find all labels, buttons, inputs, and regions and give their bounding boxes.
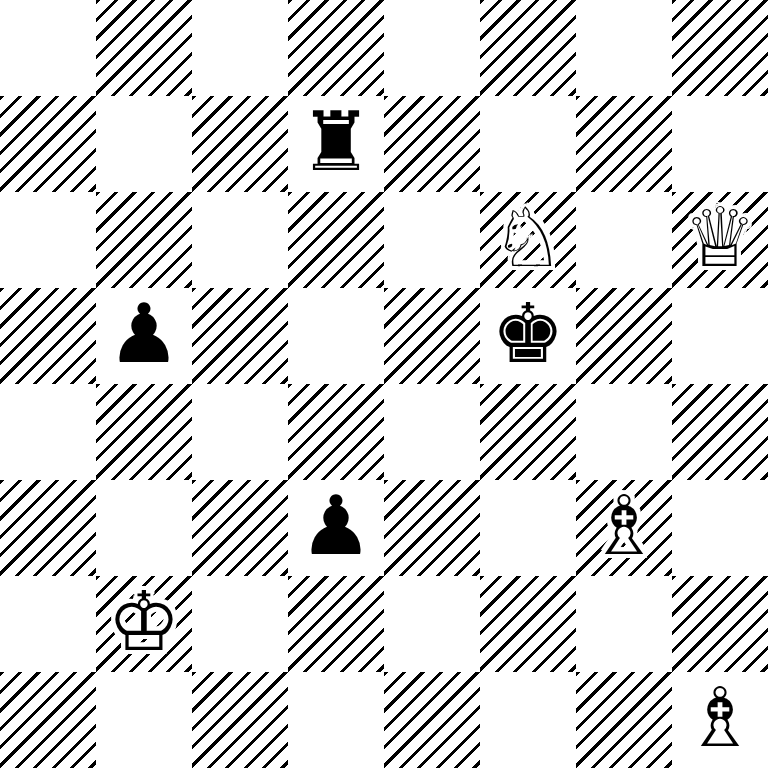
square-e4[interactable] (384, 384, 480, 480)
square-c3[interactable] (192, 480, 288, 576)
square-b2[interactable]: ♔ (96, 576, 192, 672)
square-f1[interactable] (480, 672, 576, 768)
square-f8[interactable] (480, 0, 576, 96)
square-c8[interactable] (192, 0, 288, 96)
square-g7[interactable] (576, 96, 672, 192)
square-g5[interactable] (576, 288, 672, 384)
square-f2[interactable] (480, 576, 576, 672)
square-h4[interactable] (672, 384, 768, 480)
square-b6[interactable] (96, 192, 192, 288)
square-h5[interactable] (672, 288, 768, 384)
piece-white-king[interactable]: ♔ (96, 576, 192, 672)
piece-black-rook[interactable]: ♜ (288, 96, 384, 192)
piece-black-pawn[interactable]: ♟ (96, 288, 192, 384)
square-b7[interactable] (96, 96, 192, 192)
square-e7[interactable] (384, 96, 480, 192)
square-d2[interactable] (288, 576, 384, 672)
square-h7[interactable] (672, 96, 768, 192)
piece-white-bishop[interactable]: ♗ (672, 672, 768, 768)
square-g1[interactable] (576, 672, 672, 768)
piece-black-king[interactable]: ♚ (480, 288, 576, 384)
square-g6[interactable] (576, 192, 672, 288)
square-f6[interactable]: ♘ (480, 192, 576, 288)
square-c1[interactable] (192, 672, 288, 768)
square-d5[interactable] (288, 288, 384, 384)
square-e8[interactable] (384, 0, 480, 96)
square-a7[interactable] (0, 96, 96, 192)
square-f3[interactable] (480, 480, 576, 576)
square-b4[interactable] (96, 384, 192, 480)
square-h6[interactable]: ♕ (672, 192, 768, 288)
square-h3[interactable] (672, 480, 768, 576)
square-h2[interactable] (672, 576, 768, 672)
square-f4[interactable] (480, 384, 576, 480)
square-a5[interactable] (0, 288, 96, 384)
square-a6[interactable] (0, 192, 96, 288)
square-e2[interactable] (384, 576, 480, 672)
square-d8[interactable] (288, 0, 384, 96)
piece-white-queen[interactable]: ♕ (672, 192, 768, 288)
square-g8[interactable] (576, 0, 672, 96)
square-c5[interactable] (192, 288, 288, 384)
square-f5[interactable]: ♚ (480, 288, 576, 384)
square-b8[interactable] (96, 0, 192, 96)
square-h8[interactable] (672, 0, 768, 96)
square-a1[interactable] (0, 672, 96, 768)
square-e6[interactable] (384, 192, 480, 288)
square-d6[interactable] (288, 192, 384, 288)
square-d7[interactable]: ♜ (288, 96, 384, 192)
square-h1[interactable]: ♗ (672, 672, 768, 768)
square-g3[interactable]: ♗ (576, 480, 672, 576)
square-g2[interactable] (576, 576, 672, 672)
square-f7[interactable] (480, 96, 576, 192)
square-c7[interactable] (192, 96, 288, 192)
square-c4[interactable] (192, 384, 288, 480)
square-e5[interactable] (384, 288, 480, 384)
square-b1[interactable] (96, 672, 192, 768)
square-e3[interactable] (384, 480, 480, 576)
square-c6[interactable] (192, 192, 288, 288)
square-c2[interactable] (192, 576, 288, 672)
square-d1[interactable] (288, 672, 384, 768)
square-d4[interactable] (288, 384, 384, 480)
square-d3[interactable]: ♟ (288, 480, 384, 576)
square-g4[interactable] (576, 384, 672, 480)
square-a3[interactable] (0, 480, 96, 576)
piece-black-pawn[interactable]: ♟ (288, 480, 384, 576)
square-a4[interactable] (0, 384, 96, 480)
square-b5[interactable]: ♟ (96, 288, 192, 384)
square-a2[interactable] (0, 576, 96, 672)
square-a8[interactable] (0, 0, 96, 96)
square-b3[interactable] (96, 480, 192, 576)
chess-board: ♜♘♕♟♚♟♗♔♗ (0, 0, 768, 768)
square-e1[interactable] (384, 672, 480, 768)
piece-white-knight[interactable]: ♘ (480, 192, 576, 288)
piece-white-bishop[interactable]: ♗ (576, 480, 672, 576)
